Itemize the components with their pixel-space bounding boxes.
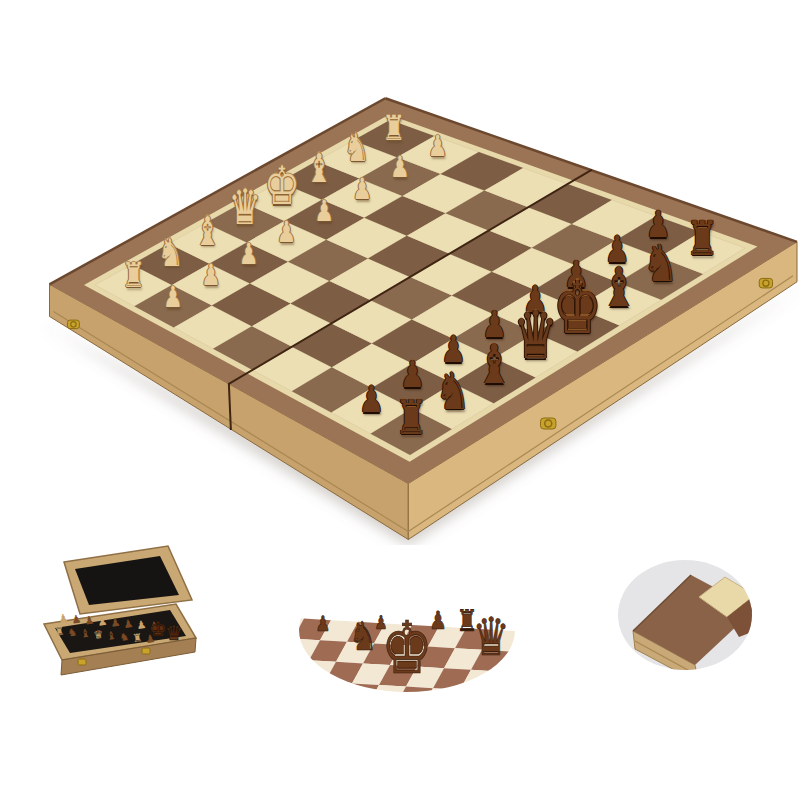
chess-board <box>0 0 800 545</box>
thumb-piece: ♝ <box>106 629 118 643</box>
thumb-piece: ♟ <box>110 616 122 630</box>
thumb-piece: ♞ <box>67 626 79 640</box>
thumbnail-pieces-closeup[interactable]: ♟♞♟♚♟♜♛ <box>295 555 520 700</box>
closeup-square <box>476 691 514 700</box>
thumb-piece: ♜ <box>54 624 66 638</box>
thumb-piece: ♛ <box>165 621 183 645</box>
thumb-piece: ♟ <box>71 613 83 627</box>
box-clasp <box>142 648 150 654</box>
thumb-piece: ♟ <box>123 617 135 631</box>
brass-clasp <box>759 278 772 288</box>
thumb-piece: ♞ <box>119 630 131 644</box>
main-product-photo: ♜♟♞♟♝♟♚♟♛♟♟♝♜♟♟♞♞♟♜♟♝♟♟♚♟♛♟♝♟♞♟♜ <box>0 0 800 545</box>
closeup-square <box>314 682 352 700</box>
closeup-square <box>487 671 520 693</box>
thumb-piece: ♛ <box>93 628 105 642</box>
product-photo-page: ♜♟♞♟♝♟♚♟♛♟♟♝♜♟♟♞♞♟♜♟♝♟♟♚♟♛♟♝♟♞♟♜ ♟♟♟♟♟♟♟… <box>0 0 800 800</box>
thumb-piece: ♟ <box>84 614 96 628</box>
closeup-square <box>298 660 336 682</box>
closeup-square <box>295 679 298 700</box>
thumbnail-storage-box[interactable]: ♟♟♟♟♟♟♟♟♜♞♝♛♝♞♜♟♚♛ <box>30 540 205 705</box>
closeup-square <box>449 690 487 700</box>
thumbnail-row: ♟♟♟♟♟♟♟♟♜♞♝♛♝♞♜♟♚♛ ♟♞♟♚♟♜♛ <box>0 535 800 765</box>
box-clasp <box>78 659 86 665</box>
thumb-piece: ♜ <box>132 631 144 645</box>
thumb-piece: ♟ <box>136 618 148 632</box>
thumb-piece: ♟ <box>429 606 447 635</box>
thumb-piece: ♚ <box>381 606 433 690</box>
closeup-square <box>295 680 325 700</box>
closeup-square <box>295 659 309 681</box>
thumb-piece: ♟ <box>58 611 70 625</box>
brass-clasp <box>67 320 79 329</box>
thumb-piece: ♟ <box>315 611 330 636</box>
thumb-piece: ♝ <box>80 627 92 641</box>
thumbnail-corner-closeup[interactable] <box>615 557 765 677</box>
thumb-piece: ♟ <box>97 615 109 629</box>
closeup-square <box>341 683 379 700</box>
brass-clasp <box>541 418 556 429</box>
thumb-piece: ♞ <box>349 612 378 659</box>
thumb-piece: ♛ <box>472 606 510 667</box>
